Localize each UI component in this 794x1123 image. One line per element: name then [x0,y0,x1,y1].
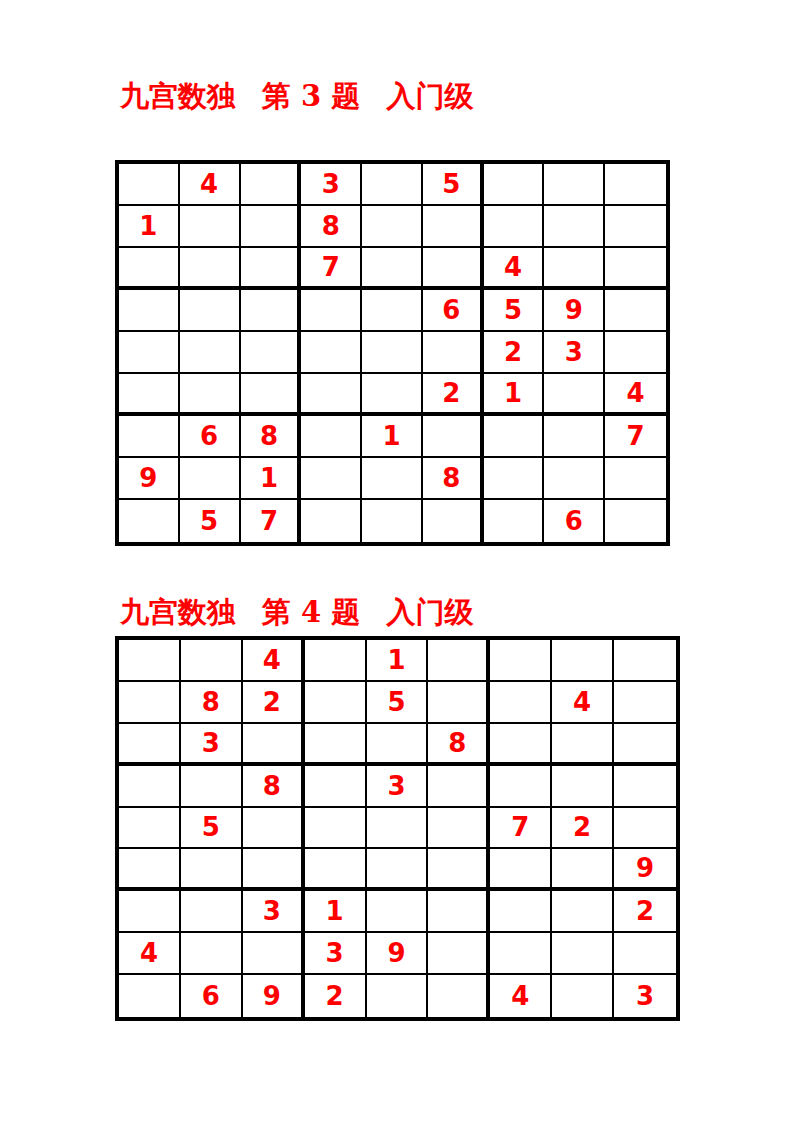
sudoku-cell-r1c6: 5 [423,164,484,206]
puzzle-2-title-name: 九宫数独 [120,595,236,629]
sudoku-cell-r3c8 [552,724,614,766]
sudoku-cell-r5c5 [367,808,429,850]
sudoku-cell-r8c9 [614,933,676,975]
sudoku-cell-r4c7 [490,766,552,808]
sudoku-cell-r2c3: 2 [243,682,305,724]
puzzle-1-title-level: 入门级 [386,79,473,113]
sudoku-cell-r6c4 [301,374,362,416]
sudoku-cell-r9c2: 6 [181,975,243,1017]
sudoku-cell-r6c1 [119,849,181,891]
sudoku-cell-r6c9: 9 [614,849,676,891]
sudoku-cell-r7c6 [423,416,484,458]
sudoku-cell-r6c5 [367,849,429,891]
sudoku-cell-r9c9: 3 [614,975,676,1017]
sudoku-cell-r1c1 [119,640,181,682]
sudoku-cell-r7c7 [490,891,552,933]
sudoku-cell-r3c4 [305,724,367,766]
sudoku-cell-r1c4: 3 [301,164,362,206]
sudoku-cell-r4c9 [614,766,676,808]
sudoku-cell-r8c8 [544,458,605,500]
sudoku-cell-r1c2 [181,640,243,682]
sudoku-cell-r3c4: 7 [301,248,362,290]
sudoku-cell-r4c5 [362,290,423,332]
sudoku-cell-r4c8: 9 [544,290,605,332]
sudoku-cell-r4c7: 5 [484,290,545,332]
sudoku-cell-r6c2 [181,849,243,891]
sudoku-cell-r8c3 [243,933,305,975]
sudoku-cell-r6c7: 1 [484,374,545,416]
sudoku-cell-r4c4 [301,290,362,332]
sudoku-cell-r6c1 [119,374,180,416]
sudoku-cell-r2c4 [305,682,367,724]
sudoku-cell-r7c4: 1 [305,891,367,933]
sudoku-cell-r5c6 [428,808,490,850]
sudoku-cell-r4c2 [181,766,243,808]
sudoku-cell-r8c2 [180,458,241,500]
sudoku-cell-r7c1 [119,891,181,933]
sudoku-cell-r1c8 [544,164,605,206]
sudoku-cell-r3c9 [605,248,666,290]
sudoku-cell-r3c8 [544,248,605,290]
sudoku-cell-r3c6: 8 [428,724,490,766]
sudoku-cell-r3c2: 3 [181,724,243,766]
sudoku-cell-r3c9 [614,724,676,766]
sudoku-cell-r5c8: 3 [544,332,605,374]
sudoku-cell-r4c8 [552,766,614,808]
sudoku-cell-r8c8 [552,933,614,975]
sudoku-cell-r4c6: 6 [423,290,484,332]
sudoku-cell-r3c3 [243,724,305,766]
sudoku-cell-r8c7 [484,458,545,500]
sudoku-cell-r8c1: 9 [119,458,180,500]
sudoku-cell-r8c6: 8 [423,458,484,500]
sudoku-cell-r7c6 [428,891,490,933]
sudoku-cell-r1c8 [552,640,614,682]
sudoku-board-2: 4182543883572931243969243 [115,636,680,1021]
sudoku-cell-r9c1 [119,500,180,542]
sudoku-cell-r5c4 [301,332,362,374]
sudoku-cell-r3c7 [490,724,552,766]
sudoku-cell-r7c2: 6 [180,416,241,458]
sudoku-cell-r5c1 [119,808,181,850]
sudoku-cell-r9c7: 4 [490,975,552,1017]
sudoku-cell-r7c9: 7 [605,416,666,458]
sudoku-cell-r2c6 [423,206,484,248]
sudoku-cell-r2c1: 1 [119,206,180,248]
sudoku-cell-r5c2 [180,332,241,374]
sudoku-cell-r2c6 [428,682,490,724]
sudoku-cell-r4c6 [428,766,490,808]
sudoku-cell-r2c7 [484,206,545,248]
sudoku-cell-r9c3: 7 [241,500,302,542]
sudoku-cell-r6c2 [180,374,241,416]
sudoku-cell-r8c5 [362,458,423,500]
sudoku-cell-r1c4 [305,640,367,682]
sudoku-cell-r5c3 [243,808,305,850]
sudoku-cell-r5c2: 5 [181,808,243,850]
sudoku-cell-r5c8: 2 [552,808,614,850]
puzzle-1-title: 九宫数独第 3 题入门级 [120,80,473,112]
sudoku-cell-r2c4: 8 [301,206,362,248]
sudoku-cell-r7c3: 8 [241,416,302,458]
sudoku-cell-r5c5 [362,332,423,374]
sudoku-cell-r6c8 [544,374,605,416]
sudoku-cell-r9c8: 6 [544,500,605,542]
puzzle-1-title-name: 九宫数独 [120,79,236,113]
sudoku-cell-r7c7 [484,416,545,458]
sudoku-cell-r8c7 [490,933,552,975]
sudoku-cell-r1c9 [614,640,676,682]
sudoku-cell-r7c3: 3 [243,891,305,933]
sudoku-cell-r1c7 [484,164,545,206]
sudoku-cell-r1c2: 4 [180,164,241,206]
sudoku-cell-r4c1 [119,290,180,332]
sudoku-cell-r2c5 [362,206,423,248]
sudoku-cell-r8c6 [428,933,490,975]
sudoku-cell-r3c5 [367,724,429,766]
sudoku-cell-r2c1 [119,682,181,724]
sudoku-cell-r5c6 [423,332,484,374]
sudoku-cell-r5c3 [241,332,302,374]
sudoku-cell-r1c3 [241,164,302,206]
puzzle-2-title-number: 第 4 题 [262,595,360,629]
sudoku-cell-r7c8 [544,416,605,458]
sudoku-cell-r9c7 [484,500,545,542]
sudoku-cell-r4c3 [241,290,302,332]
sudoku-cell-r1c7 [490,640,552,682]
sudoku-cell-r9c4 [301,500,362,542]
sudoku-cell-r9c2: 5 [180,500,241,542]
puzzle-2-title: 九宫数独第 4 题入门级 [120,596,473,628]
sudoku-cell-r1c6 [428,640,490,682]
sudoku-cell-r9c8 [552,975,614,1017]
sudoku-cell-r8c1: 4 [119,933,181,975]
sudoku-cell-r2c9 [605,206,666,248]
sudoku-cell-r4c1 [119,766,181,808]
sudoku-cell-r3c1 [119,724,181,766]
sudoku-cell-r7c4 [301,416,362,458]
sudoku-board-1: 4351874659232146817918576 [115,160,670,546]
sudoku-cell-r2c8 [544,206,605,248]
sudoku-cell-r7c5 [367,891,429,933]
sudoku-cell-r3c7: 4 [484,248,545,290]
sudoku-cell-r6c4 [305,849,367,891]
sudoku-cell-r3c2 [180,248,241,290]
sudoku-cell-r5c7: 2 [484,332,545,374]
sudoku-cell-r3c1 [119,248,180,290]
sudoku-cell-r1c5: 1 [367,640,429,682]
sudoku-cell-r8c2 [181,933,243,975]
sudoku-cell-r1c5 [362,164,423,206]
sudoku-cell-r2c7 [490,682,552,724]
sudoku-cell-r8c3: 1 [241,458,302,500]
sudoku-cell-r3c6 [423,248,484,290]
sudoku-cell-r1c9 [605,164,666,206]
sudoku-cell-r3c3 [241,248,302,290]
sudoku-cell-r9c6 [428,975,490,1017]
sudoku-cell-r2c3 [241,206,302,248]
sudoku-cell-r6c7 [490,849,552,891]
sudoku-cell-r2c8: 4 [552,682,614,724]
sudoku-cell-r5c7: 7 [490,808,552,850]
sudoku-cell-r9c4: 2 [305,975,367,1017]
sudoku-cell-r9c5 [362,500,423,542]
sudoku-cell-r6c5 [362,374,423,416]
sudoku-cell-r5c9 [605,332,666,374]
sudoku-cell-r7c5: 1 [362,416,423,458]
sudoku-cell-r3c5 [362,248,423,290]
sudoku-cell-r6c8 [552,849,614,891]
sudoku-cell-r6c6: 2 [423,374,484,416]
sudoku-cell-r7c2 [181,891,243,933]
sudoku-cell-r8c4 [301,458,362,500]
sudoku-cell-r9c1 [119,975,181,1017]
sudoku-cell-r4c2 [180,290,241,332]
sudoku-cell-r4c3: 8 [243,766,305,808]
puzzle-1-title-number: 第 3 题 [262,79,360,113]
sudoku-cell-r7c1 [119,416,180,458]
sudoku-cell-r8c5: 9 [367,933,429,975]
sudoku-cell-r4c5: 3 [367,766,429,808]
sudoku-cell-r7c8 [552,891,614,933]
sudoku-cell-r6c9: 4 [605,374,666,416]
sudoku-cell-r8c9 [605,458,666,500]
worksheet-page: 九宫数独第 3 题入门级 4351874659232146817918576 九… [0,0,794,1123]
sudoku-cell-r6c3 [241,374,302,416]
sudoku-cell-r9c5 [367,975,429,1017]
sudoku-cell-r5c9 [614,808,676,850]
sudoku-cell-r2c5: 5 [367,682,429,724]
sudoku-cell-r7c9: 2 [614,891,676,933]
sudoku-cell-r4c9 [605,290,666,332]
sudoku-cell-r8c4: 3 [305,933,367,975]
sudoku-cell-r9c9 [605,500,666,542]
sudoku-cell-r9c3: 9 [243,975,305,1017]
sudoku-cell-r1c3: 4 [243,640,305,682]
sudoku-cell-r5c1 [119,332,180,374]
sudoku-cell-r2c2: 8 [181,682,243,724]
sudoku-cell-r1c1 [119,164,180,206]
sudoku-cell-r2c2 [180,206,241,248]
sudoku-cell-r2c9 [614,682,676,724]
sudoku-cell-r9c6 [423,500,484,542]
sudoku-cell-r4c4 [305,766,367,808]
puzzle-2-title-level: 入门级 [386,595,473,629]
sudoku-cell-r6c6 [428,849,490,891]
sudoku-cell-r5c4 [305,808,367,850]
sudoku-cell-r6c3 [243,849,305,891]
